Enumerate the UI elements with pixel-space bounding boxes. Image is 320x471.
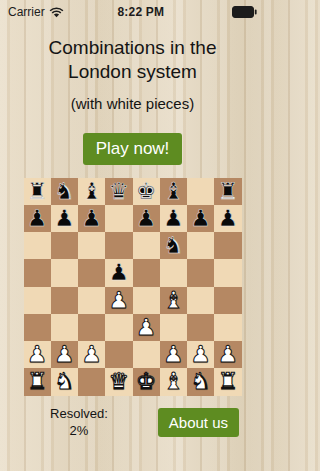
status-bar: Carrier 8:22 PM [0,0,265,22]
wifi-icon [49,7,64,18]
square-f5[interactable] [160,259,187,286]
white-pawn-piece[interactable]: ♟ [51,341,78,368]
black-bishop-piece[interactable]: ♝ [160,178,187,205]
square-g3[interactable] [187,314,214,341]
square-e2[interactable] [133,341,160,368]
square-f6[interactable]: ♞ [160,232,187,259]
chess-board[interactable]: ♜♞♝♛♚♝♜♟♟♟♟♟♟♟♞♟♟♝♟♟♟♟♟♟♟♜♞♛♚♝♞♜ [24,178,242,396]
square-f8[interactable]: ♝ [160,178,187,205]
square-e4[interactable] [133,287,160,314]
square-d2[interactable] [105,341,132,368]
black-rook-piece[interactable]: ♜ [24,178,51,205]
white-pawn-piece[interactable]: ♟ [133,314,160,341]
square-b8[interactable]: ♞ [51,178,78,205]
footer: Resolved: 2% About us [0,405,265,440]
square-f3[interactable] [160,314,187,341]
square-c7[interactable]: ♟ [78,205,105,232]
square-b5[interactable] [51,259,78,286]
white-knight-piece[interactable]: ♞ [51,368,78,395]
square-c6[interactable] [78,232,105,259]
square-a1[interactable]: ♜ [24,368,51,395]
square-d8[interactable]: ♛ [105,178,132,205]
square-a4[interactable] [24,287,51,314]
black-pawn-piece[interactable]: ♟ [78,205,105,232]
white-rook-piece[interactable]: ♜ [214,368,241,395]
square-h6[interactable] [214,232,241,259]
square-a2[interactable]: ♟ [24,341,51,368]
square-a8[interactable]: ♜ [24,178,51,205]
square-e5[interactable] [133,259,160,286]
square-e7[interactable]: ♟ [133,205,160,232]
square-e6[interactable] [133,232,160,259]
white-queen-piece[interactable]: ♛ [105,368,132,395]
square-g7[interactable]: ♟ [187,205,214,232]
square-d7[interactable] [105,205,132,232]
square-e1[interactable]: ♚ [133,368,160,395]
title-line-2: London system [0,60,265,84]
square-d4[interactable]: ♟ [105,287,132,314]
white-pawn-piece[interactable]: ♟ [78,341,105,368]
white-bishop-piece[interactable]: ♝ [160,287,187,314]
white-pawn-piece[interactable]: ♟ [187,341,214,368]
white-bishop-piece[interactable]: ♝ [160,368,187,395]
square-g1[interactable]: ♞ [187,368,214,395]
square-c8[interactable]: ♝ [78,178,105,205]
black-king-piece[interactable]: ♚ [133,178,160,205]
page-subtitle: (with white pieces) [0,95,265,112]
black-knight-piece[interactable]: ♞ [51,178,78,205]
square-c2[interactable]: ♟ [78,341,105,368]
square-h5[interactable] [214,259,241,286]
black-bishop-piece[interactable]: ♝ [78,178,105,205]
square-h7[interactable]: ♟ [214,205,241,232]
square-d3[interactable] [105,314,132,341]
square-a6[interactable] [24,232,51,259]
square-b7[interactable]: ♟ [51,205,78,232]
black-pawn-piece[interactable]: ♟ [187,205,214,232]
clock: 8:22 PM [64,5,232,19]
black-rook-piece[interactable]: ♜ [214,178,241,205]
play-now-button[interactable]: Play now! [83,133,183,165]
black-pawn-piece[interactable]: ♟ [51,205,78,232]
square-f1[interactable]: ♝ [160,368,187,395]
square-h1[interactable]: ♜ [214,368,241,395]
square-f7[interactable]: ♟ [160,205,187,232]
square-c1[interactable] [78,368,105,395]
black-pawn-piece[interactable]: ♟ [24,205,51,232]
square-g4[interactable] [187,287,214,314]
square-c4[interactable] [78,287,105,314]
square-b1[interactable]: ♞ [51,368,78,395]
square-b2[interactable]: ♟ [51,341,78,368]
black-pawn-piece[interactable]: ♟ [160,205,187,232]
square-h4[interactable] [214,287,241,314]
white-knight-piece[interactable]: ♞ [187,368,214,395]
square-g5[interactable] [187,259,214,286]
white-pawn-piece[interactable]: ♟ [105,287,132,314]
square-e3[interactable]: ♟ [133,314,160,341]
square-b6[interactable] [51,232,78,259]
white-rook-piece[interactable]: ♜ [24,368,51,395]
square-f4[interactable]: ♝ [160,287,187,314]
square-g6[interactable] [187,232,214,259]
white-pawn-piece[interactable]: ♟ [160,341,187,368]
white-pawn-piece[interactable]: ♟ [24,341,51,368]
black-pawn-piece[interactable]: ♟ [214,205,241,232]
black-pawn-piece[interactable]: ♟ [133,205,160,232]
black-pawn-piece[interactable]: ♟ [105,259,132,286]
square-a5[interactable] [24,259,51,286]
square-d1[interactable]: ♛ [105,368,132,395]
square-e8[interactable]: ♚ [133,178,160,205]
square-h2[interactable]: ♟ [214,341,241,368]
square-b3[interactable] [51,314,78,341]
square-d5[interactable]: ♟ [105,259,132,286]
square-c3[interactable] [78,314,105,341]
square-g8[interactable] [187,178,214,205]
page-title: Combinations in the London system [0,36,265,84]
white-pawn-piece[interactable]: ♟ [214,341,241,368]
carrier-label: Carrier [8,5,45,19]
resolved-value: 2% [40,422,118,440]
square-g2[interactable]: ♟ [187,341,214,368]
square-c5[interactable] [78,259,105,286]
black-queen-piece[interactable]: ♛ [105,178,132,205]
resolved-label: Resolved: [40,405,118,423]
square-b4[interactable] [51,287,78,314]
square-d6[interactable] [105,232,132,259]
title-line-1: Combinations in the [0,36,265,60]
square-h3[interactable] [214,314,241,341]
square-h8[interactable]: ♜ [214,178,241,205]
square-a3[interactable] [24,314,51,341]
battery-icon [232,6,257,18]
about-us-button[interactable]: About us [158,408,239,437]
white-king-piece[interactable]: ♚ [133,368,160,395]
resolved-progress: Resolved: 2% [40,405,118,440]
square-f2[interactable]: ♟ [160,341,187,368]
black-knight-piece[interactable]: ♞ [160,232,187,259]
square-a7[interactable]: ♟ [24,205,51,232]
